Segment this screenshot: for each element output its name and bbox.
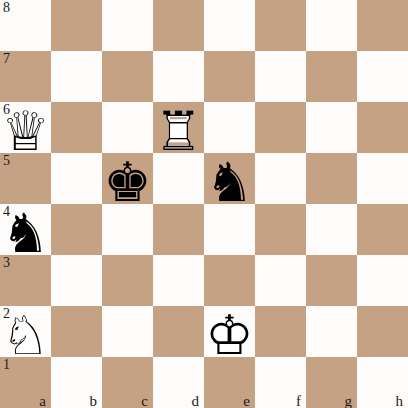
square-b2[interactable] — [51, 306, 102, 357]
square-e1[interactable]: e — [204, 357, 255, 408]
piece-white-rook[interactable]: ♜♖ — [153, 102, 204, 153]
square-b4[interactable] — [51, 204, 102, 255]
piece-white-queen[interactable]: ♛♕ — [0, 102, 51, 153]
square-g8[interactable] — [306, 0, 357, 51]
square-e2[interactable]: ♚♔ — [204, 306, 255, 357]
square-c6[interactable] — [102, 102, 153, 153]
square-d3[interactable] — [153, 255, 204, 306]
chess-board: 876♛♕♜♖5♚♞4♞32♞♘♚♔1abcdefgh — [0, 0, 408, 408]
square-g2[interactable] — [306, 306, 357, 357]
square-f2[interactable] — [255, 306, 306, 357]
file-label-g: g — [345, 393, 353, 408]
square-d7[interactable] — [153, 51, 204, 102]
file-label-f: f — [296, 393, 301, 408]
file-label-d: d — [192, 393, 200, 408]
square-f5[interactable] — [255, 153, 306, 204]
square-f1[interactable]: f — [255, 357, 306, 408]
rank-label-1: 1 — [3, 357, 10, 373]
square-h4[interactable] — [357, 204, 408, 255]
rank-label-5: 5 — [3, 153, 10, 169]
square-c1[interactable]: c — [102, 357, 153, 408]
square-a4[interactable]: 4♞ — [0, 204, 51, 255]
piece-black-knight[interactable]: ♞ — [204, 153, 255, 204]
square-d6[interactable]: ♜♖ — [153, 102, 204, 153]
piece-glyph: ♖ — [154, 105, 202, 159]
square-a6[interactable]: 6♛♕ — [0, 102, 51, 153]
square-c5[interactable]: ♚ — [102, 153, 153, 204]
square-a5[interactable]: 5 — [0, 153, 51, 204]
square-a1[interactable]: 1a — [0, 357, 51, 408]
piece-white-knight[interactable]: ♞♘ — [0, 306, 51, 357]
square-a2[interactable]: 2♞♘ — [0, 306, 51, 357]
square-h6[interactable] — [357, 102, 408, 153]
square-d8[interactable] — [153, 0, 204, 51]
square-e5[interactable]: ♞ — [204, 153, 255, 204]
square-h3[interactable] — [357, 255, 408, 306]
square-b7[interactable] — [51, 51, 102, 102]
piece-glyph: ♞ — [205, 156, 253, 210]
file-label-h: h — [396, 393, 404, 408]
square-b3[interactable] — [51, 255, 102, 306]
rank-label-8: 8 — [3, 0, 10, 16]
square-d2[interactable] — [153, 306, 204, 357]
piece-glyph: ♔ — [205, 309, 253, 363]
square-f6[interactable] — [255, 102, 306, 153]
square-c4[interactable] — [102, 204, 153, 255]
square-e4[interactable] — [204, 204, 255, 255]
square-h8[interactable] — [357, 0, 408, 51]
piece-glyph: ♘ — [1, 309, 49, 363]
file-label-c: c — [141, 393, 148, 408]
piece-glyph: ♕ — [1, 105, 49, 159]
square-g6[interactable] — [306, 102, 357, 153]
square-c2[interactable] — [102, 306, 153, 357]
square-b8[interactable] — [51, 0, 102, 51]
square-a7[interactable]: 7 — [0, 51, 51, 102]
piece-white-king[interactable]: ♚♔ — [204, 306, 255, 357]
square-f8[interactable] — [255, 0, 306, 51]
file-label-a: a — [39, 393, 46, 408]
square-g1[interactable]: g — [306, 357, 357, 408]
square-f4[interactable] — [255, 204, 306, 255]
square-h2[interactable] — [357, 306, 408, 357]
square-a3[interactable]: 3 — [0, 255, 51, 306]
square-c8[interactable] — [102, 0, 153, 51]
piece-glyph: ♚ — [103, 156, 151, 210]
square-c7[interactable] — [102, 51, 153, 102]
piece-glyph: ♞ — [1, 207, 49, 261]
square-b6[interactable] — [51, 102, 102, 153]
rank-label-7: 7 — [3, 51, 10, 67]
square-g5[interactable] — [306, 153, 357, 204]
square-b1[interactable]: b — [51, 357, 102, 408]
square-e3[interactable] — [204, 255, 255, 306]
square-e7[interactable] — [204, 51, 255, 102]
square-h5[interactable] — [357, 153, 408, 204]
square-b5[interactable] — [51, 153, 102, 204]
square-c3[interactable] — [102, 255, 153, 306]
square-a8[interactable]: 8 — [0, 0, 51, 51]
piece-black-knight[interactable]: ♞ — [0, 204, 51, 255]
square-d4[interactable] — [153, 204, 204, 255]
square-f7[interactable] — [255, 51, 306, 102]
square-g4[interactable] — [306, 204, 357, 255]
square-e8[interactable] — [204, 0, 255, 51]
rank-label-3: 3 — [3, 255, 10, 271]
square-e6[interactable] — [204, 102, 255, 153]
square-d5[interactable] — [153, 153, 204, 204]
square-h7[interactable] — [357, 51, 408, 102]
square-f3[interactable] — [255, 255, 306, 306]
file-label-e: e — [243, 393, 250, 408]
square-g7[interactable] — [306, 51, 357, 102]
piece-black-king[interactable]: ♚ — [102, 153, 153, 204]
square-d1[interactable]: d — [153, 357, 204, 408]
file-label-b: b — [90, 393, 98, 408]
square-g3[interactable] — [306, 255, 357, 306]
square-h1[interactable]: h — [357, 357, 408, 408]
